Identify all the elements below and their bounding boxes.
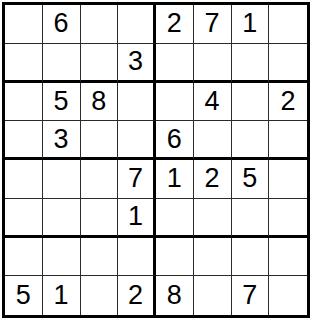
sudoku-cell-r1c6[interactable]: 7	[194, 5, 232, 44]
sudoku-cell-r6c8[interactable]	[269, 199, 307, 238]
sudoku-cell-r7c3[interactable]	[81, 238, 119, 277]
sudoku-cell-r6c7[interactable]	[232, 199, 270, 238]
sudoku-cell-r3c6[interactable]: 4	[194, 83, 232, 122]
sudoku-cell-r2c5[interactable]	[156, 44, 194, 83]
sudoku-cell-r3c8[interactable]: 2	[269, 83, 307, 122]
sudoku-cell-r2c8[interactable]	[269, 44, 307, 83]
sudoku-cell-r4c5[interactable]: 6	[156, 121, 194, 160]
sudoku-cell-r5c4[interactable]: 7	[118, 160, 156, 199]
sudoku-cell-r1c3[interactable]	[81, 5, 119, 44]
sudoku-cell-r7c6[interactable]	[194, 238, 232, 277]
sudoku-cell-r5c7[interactable]: 5	[232, 160, 270, 199]
sudoku-cell-r6c3[interactable]	[81, 199, 119, 238]
sudoku-cell-r2c7[interactable]	[232, 44, 270, 83]
sudoku-cell-r3c3[interactable]: 8	[81, 83, 119, 122]
sudoku-cell-r5c3[interactable]	[81, 160, 119, 199]
sudoku-cell-r8c4[interactable]: 2	[118, 276, 156, 315]
sudoku-cell-r3c4[interactable]	[118, 83, 156, 122]
sudoku-cell-r4c1[interactable]	[5, 121, 43, 160]
sudoku-cell-r8c2[interactable]: 1	[43, 276, 81, 315]
sudoku-cell-r6c6[interactable]	[194, 199, 232, 238]
sudoku-cell-r4c6[interactable]	[194, 121, 232, 160]
sudoku-cell-r6c1[interactable]	[5, 199, 43, 238]
sudoku-cell-r5c6[interactable]: 2	[194, 160, 232, 199]
sudoku-cell-r3c2[interactable]: 5	[43, 83, 81, 122]
sudoku-cell-r4c7[interactable]	[232, 121, 270, 160]
sudoku-cell-r1c8[interactable]	[269, 5, 307, 44]
sudoku-cell-r2c2[interactable]	[43, 44, 81, 83]
sudoku-cell-r7c2[interactable]	[43, 238, 81, 277]
sudoku-cell-r1c4[interactable]	[118, 5, 156, 44]
sudoku-cell-r5c8[interactable]	[269, 160, 307, 199]
sudoku-cell-r6c5[interactable]	[156, 199, 194, 238]
sudoku-cell-r5c5[interactable]: 1	[156, 160, 194, 199]
sudoku-board: 627135842367125151287	[2, 2, 310, 318]
sudoku-cell-r3c5[interactable]	[156, 83, 194, 122]
sudoku-cell-r1c7[interactable]: 1	[232, 5, 270, 44]
sudoku-cell-r7c4[interactable]	[118, 238, 156, 277]
sudoku-cell-r7c8[interactable]	[269, 238, 307, 277]
sudoku-cell-r2c3[interactable]	[81, 44, 119, 83]
sudoku-cell-r6c2[interactable]	[43, 199, 81, 238]
sudoku-cell-r1c5[interactable]: 2	[156, 5, 194, 44]
sudoku-cell-r1c2[interactable]: 6	[43, 5, 81, 44]
sudoku-page: 627135842367125151287	[0, 0, 312, 320]
sudoku-cell-r5c1[interactable]	[5, 160, 43, 199]
sudoku-cell-r4c8[interactable]	[269, 121, 307, 160]
sudoku-cell-r7c7[interactable]	[232, 238, 270, 277]
sudoku-cell-r5c2[interactable]	[43, 160, 81, 199]
sudoku-cell-r4c3[interactable]	[81, 121, 119, 160]
sudoku-cell-r8c1[interactable]: 5	[5, 276, 43, 315]
sudoku-cell-r8c7[interactable]: 7	[232, 276, 270, 315]
sudoku-cell-r7c1[interactable]	[5, 238, 43, 277]
sudoku-cell-r2c4[interactable]: 3	[118, 44, 156, 83]
sudoku-cell-r4c4[interactable]	[118, 121, 156, 160]
sudoku-cell-r8c3[interactable]	[81, 276, 119, 315]
sudoku-cell-r8c5[interactable]: 8	[156, 276, 194, 315]
sudoku-cell-r3c7[interactable]	[232, 83, 270, 122]
sudoku-cell-r3c1[interactable]	[5, 83, 43, 122]
sudoku-cell-r1c1[interactable]	[5, 5, 43, 44]
sudoku-cell-r2c6[interactable]	[194, 44, 232, 83]
sudoku-cell-r6c4[interactable]: 1	[118, 199, 156, 238]
sudoku-cell-r8c8[interactable]	[269, 276, 307, 315]
sudoku-cell-r7c5[interactable]	[156, 238, 194, 277]
sudoku-cell-r4c2[interactable]: 3	[43, 121, 81, 160]
sudoku-cell-r8c6[interactable]	[194, 276, 232, 315]
sudoku-cell-r2c1[interactable]	[5, 44, 43, 83]
